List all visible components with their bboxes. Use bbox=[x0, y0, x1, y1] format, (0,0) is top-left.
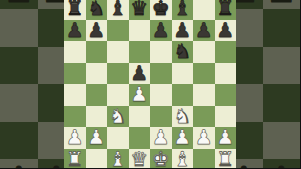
square-b6[interactable] bbox=[86, 41, 108, 63]
background-pawn-silhouette: ♟︎ bbox=[4, 0, 34, 9]
piece-black-king[interactable]: ♚︎ bbox=[152, 0, 170, 20]
square-c4[interactable] bbox=[107, 84, 129, 106]
piece-black-pawn[interactable]: ♟︎ bbox=[130, 63, 148, 85]
background-square: ♟︎ bbox=[0, 159, 38, 168]
piece-black-pawn[interactable]: ♟︎ bbox=[195, 20, 213, 42]
square-a2[interactable]: ♟︎ bbox=[64, 127, 86, 149]
piece-white-rook[interactable]: ♜︎ bbox=[216, 149, 234, 169]
square-a3[interactable] bbox=[64, 106, 86, 128]
square-h3[interactable] bbox=[215, 106, 237, 128]
piece-black-rook[interactable]: ♜︎ bbox=[216, 0, 234, 20]
piece-white-king[interactable]: ♚︎ bbox=[152, 149, 170, 169]
square-e8[interactable]: ♚︎ bbox=[150, 0, 172, 20]
background-square bbox=[0, 9, 38, 47]
square-g3[interactable] bbox=[193, 106, 215, 128]
square-h4[interactable] bbox=[215, 84, 237, 106]
piece-white-queen[interactable]: ♛︎ bbox=[130, 149, 148, 169]
square-c8[interactable]: ♝︎ bbox=[107, 0, 129, 20]
square-h8[interactable]: ♜︎ bbox=[215, 0, 237, 20]
square-h1[interactable]: ♜︎ bbox=[215, 149, 237, 169]
square-d7[interactable] bbox=[129, 20, 151, 42]
piece-black-bishop[interactable]: ♝︎ bbox=[109, 0, 127, 20]
square-c7[interactable] bbox=[107, 20, 129, 42]
square-g8[interactable] bbox=[193, 0, 215, 20]
square-c6[interactable] bbox=[107, 41, 129, 63]
square-g6[interactable] bbox=[193, 41, 215, 63]
background-pawn-silhouette: ♟︎ bbox=[4, 161, 34, 169]
piece-white-rook[interactable]: ♜︎ bbox=[66, 149, 84, 169]
square-b3[interactable] bbox=[86, 106, 108, 128]
background-square: ♟︎ bbox=[0, 0, 38, 9]
square-f1[interactable]: ♝︎ bbox=[172, 149, 194, 169]
square-f7[interactable]: ♟︎ bbox=[172, 20, 194, 42]
square-e4[interactable] bbox=[150, 84, 172, 106]
square-g7[interactable]: ♟︎ bbox=[193, 20, 215, 42]
piece-black-queen[interactable]: ♛︎ bbox=[130, 0, 148, 20]
square-f8[interactable]: ♝︎ bbox=[172, 0, 194, 20]
background-square bbox=[0, 122, 38, 160]
square-b4[interactable] bbox=[86, 84, 108, 106]
square-f6[interactable]: ♞︎ bbox=[172, 41, 194, 63]
square-c2[interactable] bbox=[107, 127, 129, 149]
background-square bbox=[263, 84, 301, 122]
square-b8[interactable]: ♞︎ bbox=[86, 0, 108, 20]
piece-black-pawn[interactable]: ♟︎ bbox=[216, 20, 234, 42]
background-square bbox=[0, 84, 38, 122]
background-square bbox=[263, 47, 301, 85]
piece-white-pawn[interactable]: ♟︎ bbox=[87, 127, 105, 149]
square-e1[interactable]: ♚︎ bbox=[150, 149, 172, 169]
square-a1[interactable]: ♜︎ bbox=[64, 149, 86, 169]
square-c1[interactable]: ♝︎ bbox=[107, 149, 129, 169]
square-d2[interactable] bbox=[129, 127, 151, 149]
square-a5[interactable] bbox=[64, 63, 86, 85]
square-a4[interactable] bbox=[64, 84, 86, 106]
square-f4[interactable] bbox=[172, 84, 194, 106]
square-e5[interactable] bbox=[150, 63, 172, 85]
piece-white-pawn[interactable]: ♟︎ bbox=[152, 127, 170, 149]
square-b7[interactable]: ♟︎ bbox=[86, 20, 108, 42]
square-a8[interactable]: ♜︎ bbox=[64, 0, 86, 20]
piece-black-pawn[interactable]: ♟︎ bbox=[66, 20, 84, 42]
square-c3[interactable]: ♞︎ bbox=[107, 106, 129, 128]
background-pawn-silhouette: ♟︎ bbox=[266, 0, 296, 9]
piece-black-rook[interactable]: ♜︎ bbox=[66, 0, 84, 20]
square-d5[interactable]: ♟︎ bbox=[129, 63, 151, 85]
square-f3[interactable]: ♞︎ bbox=[172, 106, 194, 128]
piece-black-pawn[interactable]: ♟︎ bbox=[152, 20, 170, 42]
square-e7[interactable]: ♟︎ bbox=[150, 20, 172, 42]
square-f2[interactable]: ♟︎ bbox=[172, 127, 194, 149]
piece-white-pawn[interactable]: ♟︎ bbox=[130, 84, 148, 106]
background-square bbox=[263, 9, 301, 47]
square-d8[interactable]: ♛︎ bbox=[129, 0, 151, 20]
square-h2[interactable]: ♟︎ bbox=[215, 127, 237, 149]
square-e2[interactable]: ♟︎ bbox=[150, 127, 172, 149]
piece-white-knight[interactable]: ♞︎ bbox=[109, 106, 127, 128]
square-g1[interactable] bbox=[193, 149, 215, 169]
square-d1[interactable]: ♛︎ bbox=[129, 149, 151, 169]
square-b1[interactable] bbox=[86, 149, 108, 169]
piece-black-knight[interactable]: ♞︎ bbox=[173, 41, 191, 63]
square-a6[interactable] bbox=[64, 41, 86, 63]
square-g5[interactable] bbox=[193, 63, 215, 85]
square-d4[interactable]: ♟︎ bbox=[129, 84, 151, 106]
square-h5[interactable] bbox=[215, 63, 237, 85]
background-square bbox=[0, 47, 38, 85]
square-e3[interactable] bbox=[150, 106, 172, 128]
background-pawn-silhouette: ♟︎ bbox=[266, 161, 296, 169]
square-g4[interactable] bbox=[193, 84, 215, 106]
chess-board[interactable]: ♜︎♞︎♝︎♛︎♚︎♝︎♜︎♟︎♟︎♟︎♟︎♟︎♟︎♞︎♟︎♟︎♞︎♞︎♟︎♟︎… bbox=[64, 0, 236, 168]
square-b2[interactable]: ♟︎ bbox=[86, 127, 108, 149]
square-b5[interactable] bbox=[86, 63, 108, 85]
piece-black-knight[interactable]: ♞︎ bbox=[87, 0, 105, 20]
piece-white-bishop[interactable]: ♝︎ bbox=[173, 149, 191, 169]
piece-white-pawn[interactable]: ♟︎ bbox=[195, 127, 213, 149]
square-a7[interactable]: ♟︎ bbox=[64, 20, 86, 42]
square-e6[interactable] bbox=[150, 41, 172, 63]
square-d6[interactable] bbox=[129, 41, 151, 63]
piece-white-pawn[interactable]: ♟︎ bbox=[216, 127, 234, 149]
piece-white-pawn[interactable]: ♟︎ bbox=[66, 127, 84, 149]
background-square: ♟︎ bbox=[263, 159, 301, 168]
piece-white-knight[interactable]: ♞︎ bbox=[173, 106, 191, 128]
piece-black-pawn[interactable]: ♟︎ bbox=[87, 20, 105, 42]
piece-black-pawn[interactable]: ♟︎ bbox=[173, 20, 191, 42]
square-d3[interactable] bbox=[129, 106, 151, 128]
background-square bbox=[263, 122, 301, 160]
piece-white-bishop[interactable]: ♝︎ bbox=[109, 149, 127, 169]
background-square: ♟︎ bbox=[263, 0, 301, 9]
square-h7[interactable]: ♟︎ bbox=[215, 20, 237, 42]
square-f5[interactable] bbox=[172, 63, 194, 85]
square-g2[interactable]: ♟︎ bbox=[193, 127, 215, 149]
square-c5[interactable] bbox=[107, 63, 129, 85]
piece-black-bishop[interactable]: ♝︎ bbox=[173, 0, 191, 20]
piece-white-pawn[interactable]: ♟︎ bbox=[173, 127, 191, 149]
square-h6[interactable] bbox=[215, 41, 237, 63]
video-frame: ♟︎♟︎♟︎♟︎♟︎♟︎♟︎♟︎♟︎♟︎♟︎♟︎♟︎♟︎♟︎♟︎ ♜︎♞︎♝︎♛… bbox=[0, 0, 300, 168]
